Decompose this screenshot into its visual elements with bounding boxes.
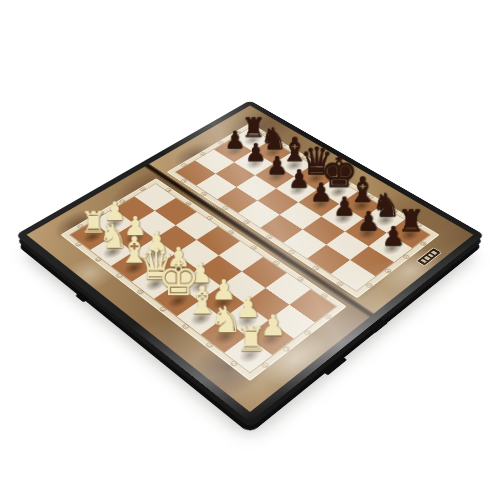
coord-label: 6	[383, 268, 392, 274]
coord-label: 5	[365, 282, 374, 288]
chess-set: 12341234abcdefghabcdefgh♜♟♞♟♝♟♛♟♚♟♝♟♞♟♜♟…	[27, 106, 474, 412]
coord-label: a	[74, 241, 83, 247]
coord-label: 7	[401, 254, 410, 260]
cell-h7[interactable]: ♟	[369, 233, 412, 262]
coord-label: b	[184, 201, 192, 206]
coord-label: g	[311, 265, 320, 271]
cell-h6[interactable]	[350, 246, 394, 276]
cell-h1[interactable]: ♜	[225, 336, 273, 372]
product-photo-scene: 12341234abcdefghabcdefgh♜♟♞♟♝♟♛♟♚♟♝♟♞♟♜♟…	[0, 0, 500, 500]
black-pawn[interactable]: ♟	[362, 224, 423, 249]
coord-label: b	[200, 191, 208, 196]
coord-label: e	[265, 234, 274, 240]
white-rook[interactable]: ♜	[217, 324, 285, 356]
cell-e5[interactable]	[260, 215, 302, 243]
coord-label: b	[94, 257, 103, 263]
coord-label: a	[180, 178, 188, 183]
coord-label: a	[164, 187, 172, 192]
board-face: 12341234abcdefghabcdefgh♜♟♞♟♝♟♛♟♚♟♝♟♞♟♜♟…	[27, 106, 474, 412]
